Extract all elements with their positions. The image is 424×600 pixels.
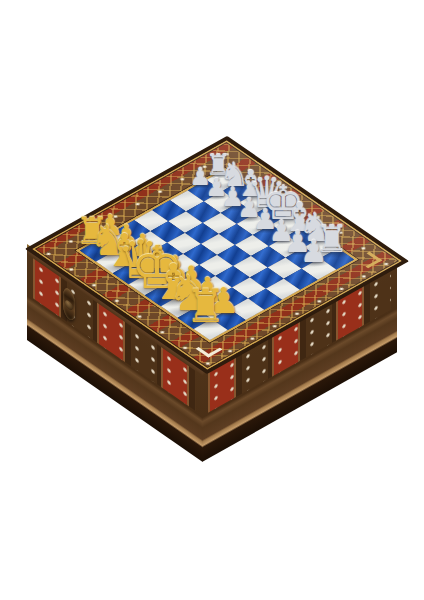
chess-set-photo: ♜♞♝♛♚♝♞♜♟♟♟♟♟♟♟♟♟♟♟♟♟♟♟♟♜♞♝♛♚♝♞♜ bbox=[0, 0, 424, 600]
pieces-layer: ♜♞♝♛♚♝♞♜♟♟♟♟♟♟♟♟♟♟♟♟♟♟♟♟♜♞♝♛♚♝♞♜ bbox=[0, 0, 424, 600]
piece-black-pawn: ♟ bbox=[300, 237, 328, 268]
piece-white-rook: ♜ bbox=[185, 284, 226, 330]
